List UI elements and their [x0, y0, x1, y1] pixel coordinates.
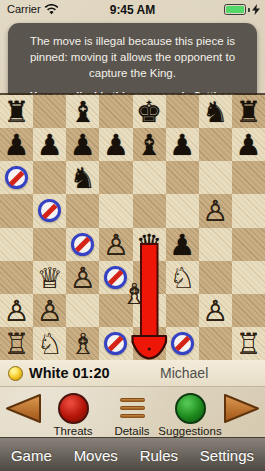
piece-black-p-c7: ♟ — [66, 128, 99, 161]
piece-black-p-d7: ♟ — [99, 128, 132, 161]
piece-white-k-e1: ♔ — [133, 327, 166, 360]
blocked-move-badge-d3 — [104, 266, 127, 289]
square-f6[interactable] — [166, 161, 199, 194]
status-bar: Carrier 9:45 AM — [0, 0, 265, 21]
blocked-move-badge-f1 — [171, 332, 194, 355]
piece-black-p-f4: ♟ — [166, 228, 199, 261]
piece-black-r-h8: ♜ — [232, 95, 265, 128]
threats-button[interactable] — [58, 393, 89, 424]
app-screen: Carrier 9:45 AM The move is illegal beca… — [0, 0, 265, 471]
piece-black-p-b7: ♟ — [33, 128, 66, 161]
square-c2[interactable] — [66, 294, 99, 327]
white-clock-label: White 01:20 — [29, 365, 110, 381]
square-b4[interactable] — [33, 228, 66, 261]
square-g2[interactable]: ♙ — [199, 294, 232, 327]
square-e3[interactable] — [133, 261, 166, 294]
previous-move-button[interactable] — [4, 393, 42, 424]
square-a5[interactable] — [0, 194, 33, 227]
square-h7[interactable]: ♟ — [232, 128, 265, 161]
square-g1[interactable] — [199, 327, 232, 360]
tab-moves[interactable]: Moves — [72, 447, 120, 464]
piece-white-p-a2: ♙ — [0, 294, 33, 327]
piece-black-q-e4: ♛ — [133, 228, 166, 261]
square-g3[interactable] — [199, 261, 232, 294]
piece-black-b-c8: ♝ — [66, 95, 99, 128]
piece-black-b-e7: ♝ — [133, 128, 166, 161]
square-e4[interactable]: ♛ — [133, 228, 166, 261]
piece-black-k-e8: ♚ — [133, 95, 166, 128]
piece-white-p-b2: ♙ — [33, 294, 66, 327]
tab-bar: Game Moves Rules Settings — [0, 437, 265, 471]
square-h2[interactable] — [232, 294, 265, 327]
square-g5[interactable]: ♙ — [199, 194, 232, 227]
square-h8[interactable]: ♜ — [232, 95, 265, 128]
square-b2[interactable]: ♙ — [33, 294, 66, 327]
battery-icon — [224, 4, 246, 15]
square-f4[interactable]: ♟ — [166, 228, 199, 261]
piece-white-p-c3: ♙ — [66, 261, 99, 294]
square-f3[interactable]: ♘ — [166, 261, 199, 294]
piece-white-r-a1: ♖ — [0, 327, 33, 360]
square-f8[interactable] — [166, 95, 199, 128]
tab-settings[interactable]: Settings — [198, 447, 256, 464]
square-a4[interactable] — [0, 228, 33, 261]
threats-label: Threats — [54, 425, 93, 437]
square-a8[interactable]: ♜ — [0, 95, 33, 128]
square-b7[interactable]: ♟ — [33, 128, 66, 161]
piece-black-n-c6: ♞ — [66, 161, 99, 194]
square-e7[interactable]: ♝ — [133, 128, 166, 161]
square-e6[interactable] — [133, 161, 166, 194]
square-d2[interactable] — [99, 294, 132, 327]
tab-game[interactable]: Game — [9, 447, 54, 464]
piece-black-p-f7: ♟ — [166, 128, 199, 161]
square-a2[interactable]: ♙ — [0, 294, 33, 327]
square-e5[interactable] — [133, 194, 166, 227]
piece-white-n-f3: ♘ — [166, 261, 199, 294]
piece-black-r-a8: ♜ — [0, 95, 33, 128]
square-h6[interactable] — [232, 161, 265, 194]
next-move-button[interactable] — [223, 393, 261, 424]
turn-indicator-dot — [8, 366, 23, 381]
square-b6[interactable] — [33, 161, 66, 194]
piece-black-p-a7: ♟ — [0, 128, 33, 161]
piece-white-q-b3: ♕ — [33, 261, 66, 294]
square-g6[interactable] — [199, 161, 232, 194]
square-b8[interactable] — [33, 95, 66, 128]
piece-white-p-d4: ♙ — [99, 228, 132, 261]
piece-white-b-c1: ♗ — [66, 327, 99, 360]
square-h4[interactable] — [232, 228, 265, 261]
square-g4[interactable] — [199, 228, 232, 261]
tab-rules[interactable]: Rules — [138, 447, 180, 464]
square-h3[interactable] — [232, 261, 265, 294]
suggestions-label: Suggestions — [158, 425, 221, 437]
square-c5[interactable] — [66, 194, 99, 227]
square-d8[interactable] — [99, 95, 132, 128]
banner-message: The move is illegal because this piece i… — [21, 33, 244, 81]
square-e1[interactable]: ♔ — [133, 327, 166, 360]
chess-board: ♜♝♚♞♜♟♟♟♟♝♟♟♞♙♙♛♟♕♙♘♙♙♗♙♖♘♗♔♖ — [0, 93, 265, 362]
square-e2[interactable]: ♗ — [133, 294, 166, 327]
square-d6[interactable] — [99, 161, 132, 194]
piece-white-p-g5: ♙ — [199, 194, 232, 227]
square-c1[interactable]: ♗ — [66, 327, 99, 360]
piece-white-n-b1: ♘ — [33, 327, 66, 360]
opponent-name: Michael — [160, 365, 208, 381]
control-row: Threats Details Suggestions — [0, 386, 265, 437]
details-menu-icon[interactable] — [120, 398, 145, 418]
square-e8[interactable]: ♚ — [133, 95, 166, 128]
square-a3[interactable] — [0, 261, 33, 294]
piece-black-p-h7: ♟ — [232, 128, 265, 161]
square-h5[interactable] — [232, 194, 265, 227]
square-f2[interactable] — [166, 294, 199, 327]
square-a1[interactable]: ♖ — [0, 327, 33, 360]
square-c8[interactable]: ♝ — [66, 95, 99, 128]
square-h1[interactable]: ♖ — [232, 327, 265, 360]
square-c6[interactable]: ♞ — [66, 161, 99, 194]
square-c7[interactable]: ♟ — [66, 128, 99, 161]
square-f7[interactable]: ♟ — [166, 128, 199, 161]
details-label: Details — [114, 425, 149, 437]
square-g7[interactable] — [199, 128, 232, 161]
blocked-move-badge-c4 — [71, 233, 94, 256]
square-c3[interactable]: ♙ — [66, 261, 99, 294]
charging-bolt-icon — [252, 4, 260, 15]
piece-white-p-g2: ♙ — [199, 294, 232, 327]
square-d4[interactable]: ♙ — [99, 228, 132, 261]
square-f5[interactable] — [166, 194, 199, 227]
square-d5[interactable] — [99, 194, 132, 227]
square-a7[interactable]: ♟ — [0, 128, 33, 161]
piece-white-r-h1: ♖ — [232, 327, 265, 360]
square-b1[interactable]: ♘ — [33, 327, 66, 360]
suggestions-button[interactable] — [175, 393, 206, 424]
board-grid: ♜♝♚♞♜♟♟♟♟♝♟♟♞♙♙♛♟♕♙♘♙♙♗♙♖♘♗♔♖ — [0, 95, 265, 360]
piece-black-n-g8: ♞ — [199, 95, 232, 128]
player-strip: White 01:20 Michael — [0, 360, 265, 387]
square-g8[interactable]: ♞ — [199, 95, 232, 128]
square-d7[interactable]: ♟ — [99, 128, 132, 161]
square-b3[interactable]: ♕ — [33, 261, 66, 294]
